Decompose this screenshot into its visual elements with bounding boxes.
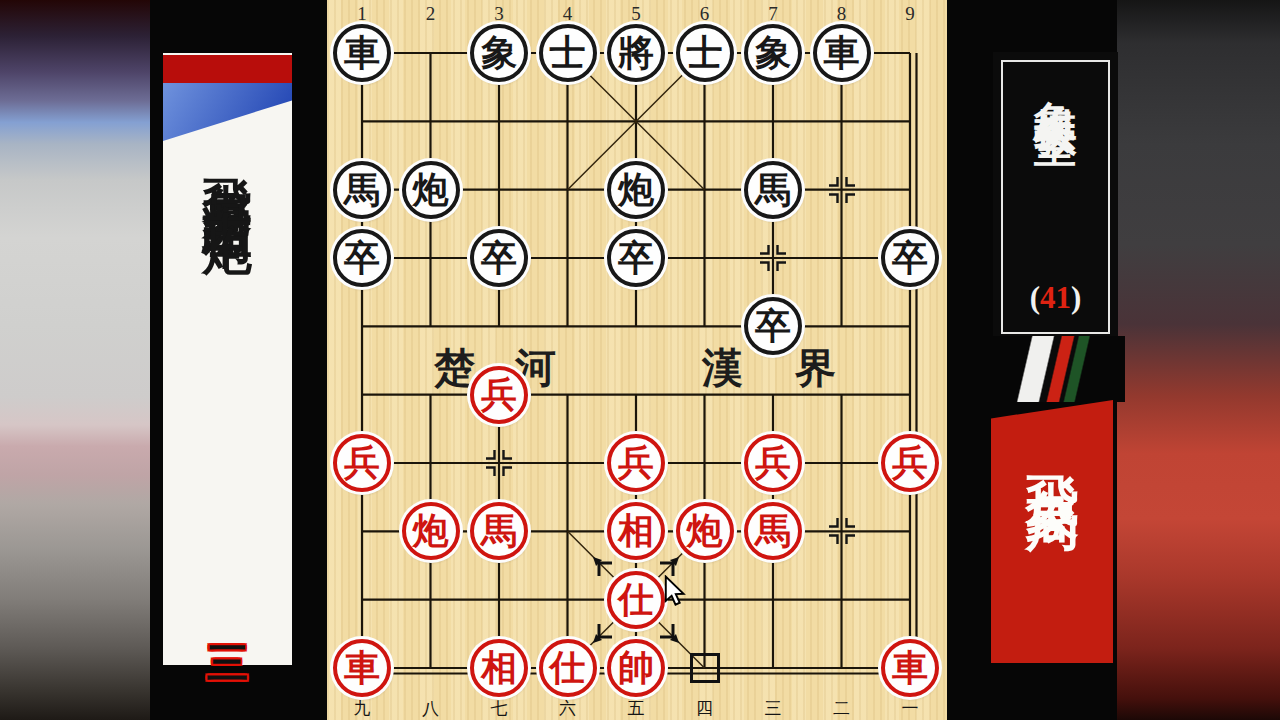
piece-red-仕-f4r10[interactable]: 仕 bbox=[539, 639, 597, 697]
right-banner-subtitle: 飛象局 bbox=[1025, 432, 1079, 474]
file-label-top-4: 4 bbox=[557, 3, 579, 25]
right-banner-bottom-box: 飛象局 bbox=[991, 400, 1113, 663]
file-label-bottom-4: 六 bbox=[556, 697, 580, 720]
left-banner: 飛象局對左中炮 三 bbox=[163, 53, 292, 665]
file-label-bottom-5: 五 bbox=[624, 697, 648, 720]
left-banner-blue-band bbox=[163, 83, 292, 141]
left-banner-title: 飛象局對左中炮 bbox=[203, 139, 253, 195]
piece-black-卒-f1r4[interactable]: 卒 bbox=[333, 229, 391, 287]
point-marker bbox=[827, 175, 857, 205]
file-label-top-2: 2 bbox=[420, 3, 442, 25]
mouse-cursor bbox=[664, 575, 687, 609]
last-move-origin-marker bbox=[690, 653, 720, 683]
river-text-right: 漢界 bbox=[702, 341, 888, 396]
right-banner-stripes bbox=[985, 336, 1125, 402]
left-banner-red-band bbox=[163, 55, 292, 83]
file-label-bottom-9: 一 bbox=[898, 697, 922, 720]
point-marker bbox=[484, 448, 514, 478]
piece-black-士-f4r1[interactable]: 士 bbox=[539, 24, 597, 82]
piece-black-車-f1r1[interactable]: 車 bbox=[333, 24, 391, 82]
piece-black-炮-f5r3[interactable]: 炮 bbox=[607, 161, 665, 219]
piece-black-車-f8r1[interactable]: 車 bbox=[813, 24, 871, 82]
piece-red-炮-f6r8[interactable]: 炮 bbox=[676, 502, 734, 560]
piece-red-兵-f7r7[interactable]: 兵 bbox=[744, 434, 802, 492]
video-frame: 飛象局對左中炮 三 象棋教室 (41) 飛象局 bbox=[0, 0, 1280, 720]
point-marker bbox=[758, 243, 788, 273]
file-label-top-6: 6 bbox=[694, 3, 716, 25]
right-banner-top-box: 象棋教室 (41) bbox=[993, 52, 1118, 338]
piece-black-炮-f2r3[interactable]: 炮 bbox=[402, 161, 460, 219]
piece-red-車-f1r10[interactable]: 車 bbox=[333, 639, 391, 697]
file-label-top-9: 9 bbox=[899, 3, 921, 25]
file-label-top-8: 8 bbox=[831, 3, 853, 25]
file-label-bottom-1: 九 bbox=[350, 697, 374, 720]
file-label-top-3: 3 bbox=[488, 3, 510, 25]
piece-red-炮-f2r8[interactable]: 炮 bbox=[402, 502, 460, 560]
file-label-bottom-8: 二 bbox=[830, 697, 854, 720]
piece-red-兵-f3r6[interactable]: 兵 bbox=[470, 366, 528, 424]
piece-black-士-f6r1[interactable]: 士 bbox=[676, 24, 734, 82]
piece-red-兵-f9r7[interactable]: 兵 bbox=[881, 434, 939, 492]
file-label-bottom-7: 三 bbox=[761, 697, 785, 720]
piece-red-兵-f5r7[interactable]: 兵 bbox=[607, 434, 665, 492]
blurred-background-left bbox=[0, 0, 150, 720]
piece-red-兵-f1r7[interactable]: 兵 bbox=[333, 434, 391, 492]
piece-black-將-f5r1[interactable]: 將 bbox=[607, 24, 665, 82]
piece-red-帥-f5r10[interactable]: 帥 bbox=[607, 639, 665, 697]
episode-paren-open: ( bbox=[1030, 280, 1040, 315]
file-label-top-1: 1 bbox=[351, 3, 373, 25]
xiangqi-board[interactable]: 123456789九八七六五四三二一車象士將士象車馬炮炮馬卒卒卒卒卒兵兵兵兵兵炮… bbox=[327, 0, 947, 720]
file-label-top-5: 5 bbox=[625, 3, 647, 25]
piece-black-馬-f1r3[interactable]: 馬 bbox=[333, 161, 391, 219]
piece-red-馬-f3r8[interactable]: 馬 bbox=[470, 502, 528, 560]
episode-digits: 41 bbox=[1040, 280, 1071, 315]
episode-number: (41) bbox=[1030, 280, 1082, 316]
file-label-bottom-6: 四 bbox=[693, 697, 717, 720]
right-banner-title: 象棋教室 bbox=[1034, 66, 1077, 94]
left-banner-volume-numeral: 三 bbox=[207, 635, 249, 691]
piece-black-卒-f7r5[interactable]: 卒 bbox=[744, 297, 802, 355]
piece-black-象-f7r1[interactable]: 象 bbox=[744, 24, 802, 82]
piece-red-相-f5r8[interactable]: 相 bbox=[607, 502, 665, 560]
piece-black-馬-f7r3[interactable]: 馬 bbox=[744, 161, 802, 219]
piece-black-卒-f9r4[interactable]: 卒 bbox=[881, 229, 939, 287]
piece-red-馬-f7r8[interactable]: 馬 bbox=[744, 502, 802, 560]
piece-red-車-f9r10[interactable]: 車 bbox=[881, 639, 939, 697]
piece-black-象-f3r1[interactable]: 象 bbox=[470, 24, 528, 82]
file-label-top-7: 7 bbox=[762, 3, 784, 25]
piece-red-相-f3r10[interactable]: 相 bbox=[470, 639, 528, 697]
file-label-bottom-2: 八 bbox=[419, 697, 443, 720]
piece-black-卒-f5r4[interactable]: 卒 bbox=[607, 229, 665, 287]
point-marker bbox=[827, 516, 857, 546]
blurred-background-right bbox=[1117, 0, 1280, 720]
file-label-bottom-3: 七 bbox=[487, 697, 511, 720]
piece-black-卒-f3r4[interactable]: 卒 bbox=[470, 229, 528, 287]
episode-paren-close: ) bbox=[1071, 280, 1081, 315]
